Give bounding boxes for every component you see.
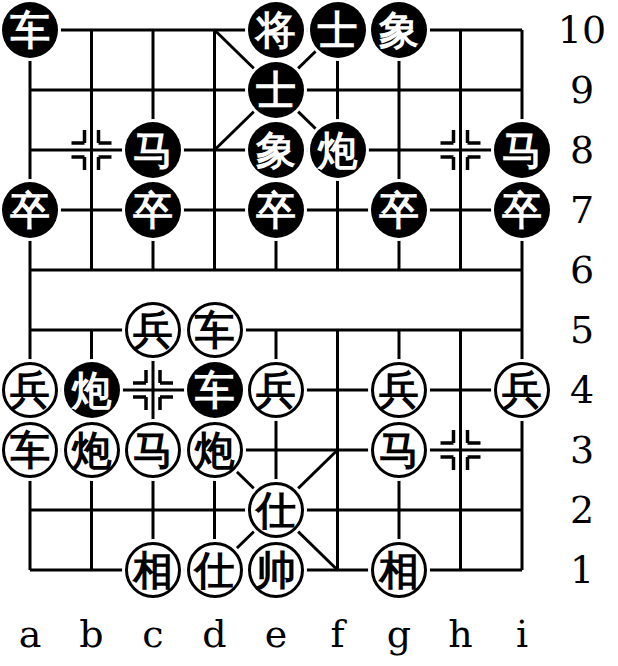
rank-label-4: 4 bbox=[570, 368, 594, 412]
piece-e10-black[interactable]: 将 bbox=[248, 2, 304, 58]
piece-f10-black[interactable]: 士 bbox=[310, 2, 366, 58]
piece-e4-red[interactable]: 兵 bbox=[248, 362, 304, 418]
square-c8: 马 bbox=[122, 120, 184, 180]
piece-c8-black[interactable]: 马 bbox=[125, 122, 181, 178]
rank-label-5: 5 bbox=[570, 308, 594, 352]
square-c5: 兵 bbox=[122, 300, 184, 360]
piece-e9-black[interactable]: 士 bbox=[248, 62, 304, 118]
file-label-c: c bbox=[142, 612, 163, 656]
square-b3: 炮 bbox=[61, 420, 123, 480]
piece-i8-black[interactable]: 马 bbox=[494, 122, 550, 178]
square-d4: 车 bbox=[184, 360, 246, 420]
square-g4: 兵 bbox=[368, 360, 430, 420]
piece-a4-red[interactable]: 兵 bbox=[2, 362, 58, 418]
piece-i7-black[interactable]: 卒 bbox=[494, 182, 550, 238]
rank-label-9: 9 bbox=[570, 68, 594, 112]
file-label-b: b bbox=[79, 612, 103, 656]
file-label-i: i bbox=[516, 612, 528, 656]
square-i8: 马 bbox=[491, 120, 553, 180]
square-i4: 兵 bbox=[491, 360, 553, 420]
piece-b3-red[interactable]: 炮 bbox=[64, 422, 120, 478]
rank-label-7: 7 bbox=[570, 188, 594, 232]
rank-label-8: 8 bbox=[570, 128, 594, 172]
piece-g1-red[interactable]: 相 bbox=[371, 542, 427, 598]
piece-g3-red[interactable]: 马 bbox=[371, 422, 427, 478]
piece-d4-black[interactable]: 车 bbox=[187, 362, 243, 418]
rank-label-1: 1 bbox=[570, 548, 594, 592]
piece-c5-red[interactable]: 兵 bbox=[125, 302, 181, 358]
piece-e7-black[interactable]: 卒 bbox=[248, 182, 304, 238]
square-c1: 相 bbox=[122, 540, 184, 600]
piece-d5-red[interactable]: 车 bbox=[187, 302, 243, 358]
square-f10: 士 bbox=[307, 0, 369, 60]
piece-e2-red[interactable]: 仕 bbox=[248, 482, 304, 538]
piece-a3-red[interactable]: 车 bbox=[2, 422, 58, 478]
piece-e8-black[interactable]: 象 bbox=[248, 122, 304, 178]
square-e8: 象 bbox=[245, 120, 307, 180]
piece-c3-red[interactable]: 马 bbox=[125, 422, 181, 478]
square-e10: 将 bbox=[245, 0, 307, 60]
piece-g4-red[interactable]: 兵 bbox=[371, 362, 427, 418]
piece-d1-red[interactable]: 仕 bbox=[187, 542, 243, 598]
file-label-f: f bbox=[330, 612, 344, 656]
file-label-e: e bbox=[265, 612, 288, 656]
file-label-h: h bbox=[448, 612, 472, 656]
square-d3: 炮 bbox=[184, 420, 246, 480]
piece-d3-red[interactable]: 炮 bbox=[187, 422, 243, 478]
rank-label-6: 6 bbox=[570, 248, 594, 292]
piece-a10-black[interactable]: 车 bbox=[2, 2, 58, 58]
square-a4: 兵 bbox=[0, 360, 61, 420]
square-f8: 炮 bbox=[307, 120, 369, 180]
square-e7: 卒 bbox=[245, 180, 307, 240]
file-label-a: a bbox=[19, 612, 42, 656]
rank-label-2: 2 bbox=[570, 488, 594, 532]
square-a3: 车 bbox=[0, 420, 61, 480]
piece-e1-red[interactable]: 帅 bbox=[248, 542, 304, 598]
square-e2: 仕 bbox=[245, 480, 307, 540]
file-label-g: g bbox=[387, 612, 411, 656]
square-b4: 炮 bbox=[61, 360, 123, 420]
square-a7: 卒 bbox=[0, 180, 61, 240]
square-c7: 卒 bbox=[122, 180, 184, 240]
piece-i4-red[interactable]: 兵 bbox=[494, 362, 550, 418]
rank-label-3: 3 bbox=[570, 428, 594, 472]
piece-g7-black[interactable]: 卒 bbox=[371, 182, 427, 238]
square-i7: 卒 bbox=[491, 180, 553, 240]
rank-label-10: 10 bbox=[558, 8, 606, 52]
square-d1: 仕 bbox=[184, 540, 246, 600]
piece-b4-black[interactable]: 炮 bbox=[64, 362, 120, 418]
square-g7: 卒 bbox=[368, 180, 430, 240]
piece-c7-black[interactable]: 卒 bbox=[125, 182, 181, 238]
xiangqi-diagram: 车将士象士马象炮马卒卒卒卒卒兵车兵炮车兵兵兵车炮马炮马仕相仕帅相 abcdefg… bbox=[0, 0, 618, 666]
square-e1: 帅 bbox=[245, 540, 307, 600]
square-c3: 马 bbox=[122, 420, 184, 480]
square-g1: 相 bbox=[368, 540, 430, 600]
file-label-d: d bbox=[202, 612, 226, 656]
piece-c1-red[interactable]: 相 bbox=[125, 542, 181, 598]
square-e4: 兵 bbox=[245, 360, 307, 420]
piece-a7-black[interactable]: 卒 bbox=[2, 182, 58, 238]
pieces-layer: 车将士象士马象炮马卒卒卒卒卒兵车兵炮车兵兵兵车炮马炮马仕相仕帅相 bbox=[0, 0, 553, 600]
piece-f8-black[interactable]: 炮 bbox=[310, 122, 366, 178]
piece-g10-black[interactable]: 象 bbox=[371, 2, 427, 58]
square-a10: 车 bbox=[0, 0, 61, 60]
square-d5: 车 bbox=[184, 300, 246, 360]
square-g10: 象 bbox=[368, 0, 430, 60]
square-e9: 士 bbox=[245, 60, 307, 120]
square-g3: 马 bbox=[368, 420, 430, 480]
